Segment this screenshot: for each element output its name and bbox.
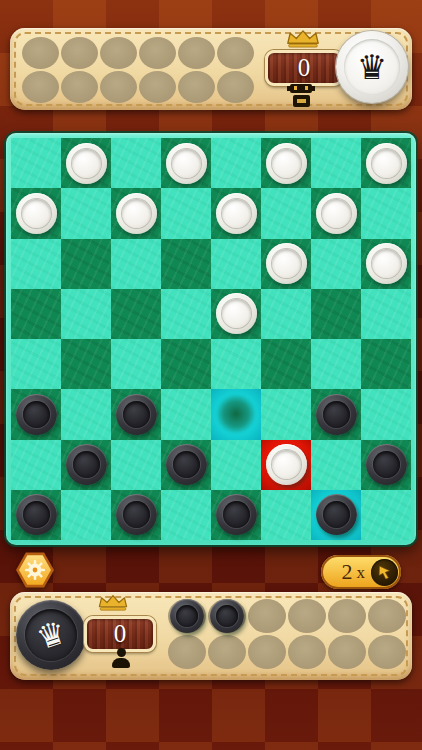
square-g7[interactable] <box>311 188 361 238</box>
square-a3[interactable] <box>11 389 61 439</box>
white-checker[interactable] <box>266 143 307 184</box>
square-b7[interactable] <box>61 188 111 238</box>
square-f7[interactable] <box>261 188 311 238</box>
white-checker[interactable] <box>216 293 257 334</box>
square-h6[interactable] <box>361 239 411 289</box>
square-e8[interactable] <box>211 138 261 188</box>
square-c6[interactable] <box>111 239 161 289</box>
black-checker[interactable] <box>316 494 357 535</box>
opponent-tray-slot <box>61 71 98 103</box>
square-d4[interactable] <box>161 339 211 389</box>
square-h3[interactable] <box>361 389 411 439</box>
opponent-panel: 0 ♛ <box>10 28 412 110</box>
black-checker[interactable] <box>16 394 57 435</box>
square-f5[interactable] <box>261 289 311 339</box>
square-e6[interactable] <box>211 239 261 289</box>
square-b3[interactable] <box>61 389 111 439</box>
square-a4[interactable] <box>11 339 61 389</box>
square-d7[interactable] <box>161 188 211 238</box>
white-checker[interactable] <box>266 243 307 284</box>
opponent-score-value: 0 <box>298 54 311 82</box>
square-d2[interactable] <box>161 440 211 490</box>
square-a1[interactable] <box>11 490 61 540</box>
captured-black-checker <box>210 599 244 633</box>
opponent-tray-slot <box>22 37 59 69</box>
square-b1[interactable] <box>61 490 111 540</box>
square-e2[interactable] <box>211 440 261 490</box>
square-g2[interactable] <box>311 440 361 490</box>
white-checker[interactable] <box>216 193 257 234</box>
white-checker[interactable] <box>16 193 57 234</box>
square-g5[interactable] <box>311 289 361 339</box>
captured-black-checker <box>170 599 204 633</box>
white-checker[interactable] <box>366 243 407 284</box>
square-a2[interactable] <box>11 440 61 490</box>
square-f2[interactable] <box>261 440 311 490</box>
square-g1[interactable] <box>311 490 361 540</box>
person-icon <box>110 648 132 670</box>
board-grid <box>11 138 411 540</box>
player-score: 0 <box>84 616 156 652</box>
player-capture-tray <box>168 599 408 670</box>
black-checker[interactable] <box>366 444 407 485</box>
square-d8[interactable] <box>161 138 211 188</box>
square-c3[interactable] <box>111 389 161 439</box>
square-h2[interactable] <box>361 440 411 490</box>
square-a5[interactable] <box>11 289 61 339</box>
black-checker[interactable] <box>116 394 157 435</box>
opponent-tray-slot <box>178 71 215 103</box>
square-e4[interactable] <box>211 339 261 389</box>
square-b6[interactable] <box>61 239 111 289</box>
undo-count: 2 <box>342 561 353 583</box>
player-tray-slot <box>208 599 246 633</box>
square-b4[interactable] <box>61 339 111 389</box>
player-tray-slot <box>288 599 326 633</box>
board <box>6 133 416 545</box>
opponent-tray-slot <box>217 71 254 103</box>
square-a7[interactable] <box>11 188 61 238</box>
opponent-tray-slot <box>139 71 176 103</box>
opponent-avatar: ♛ <box>336 31 408 103</box>
white-checker[interactable] <box>266 444 307 485</box>
undo-icon <box>371 559 398 586</box>
black-checker[interactable] <box>116 494 157 535</box>
square-f1[interactable] <box>261 490 311 540</box>
square-h4[interactable] <box>361 339 411 389</box>
white-checker[interactable] <box>166 143 207 184</box>
opponent-score: 0 <box>265 50 343 86</box>
square-g4[interactable] <box>311 339 361 389</box>
player-panel: ♛ 0 <box>10 592 412 680</box>
square-b2[interactable] <box>61 440 111 490</box>
settings-button[interactable] <box>16 551 54 589</box>
player-tray-slot <box>248 599 286 633</box>
square-c4[interactable] <box>111 339 161 389</box>
square-h5[interactable] <box>361 289 411 339</box>
square-b5[interactable] <box>61 289 111 339</box>
black-checker[interactable] <box>316 394 357 435</box>
square-c1[interactable] <box>111 490 161 540</box>
square-h7[interactable] <box>361 188 411 238</box>
square-g3[interactable] <box>311 389 361 439</box>
square-c8[interactable] <box>111 138 161 188</box>
player-avatar: ♛ <box>16 600 86 670</box>
square-e5[interactable] <box>211 289 261 339</box>
player-tray-slot <box>208 635 246 669</box>
robot-icon <box>288 84 314 110</box>
square-d6[interactable] <box>161 239 211 289</box>
gear-icon <box>24 559 46 581</box>
white-queen-icon: ♛ <box>357 50 387 84</box>
opponent-tray-slot <box>217 37 254 69</box>
square-f6[interactable] <box>261 239 311 289</box>
undo-multiplier: x <box>357 564 366 581</box>
opponent-tray-slot <box>61 37 98 69</box>
player-score-value: 0 <box>114 620 127 648</box>
square-e1[interactable] <box>211 490 261 540</box>
player-tray-slot <box>328 599 366 633</box>
square-g6[interactable] <box>311 239 361 289</box>
square-a6[interactable] <box>11 239 61 289</box>
white-checker[interactable] <box>66 143 107 184</box>
white-checker[interactable] <box>116 193 157 234</box>
square-f8[interactable] <box>261 138 311 188</box>
opponent-tray-slot <box>22 71 59 103</box>
crown-icon <box>96 594 130 615</box>
square-b8[interactable] <box>61 138 111 188</box>
square-f4[interactable] <box>261 339 311 389</box>
square-f3[interactable] <box>261 389 311 439</box>
player-tray-slot <box>368 599 406 633</box>
square-d5[interactable] <box>161 289 211 339</box>
black-checker[interactable] <box>216 494 257 535</box>
opponent-tray-slot <box>100 71 137 103</box>
square-e3[interactable] <box>211 389 261 439</box>
square-c2[interactable] <box>111 440 161 490</box>
opponent-tray-slot <box>100 37 137 69</box>
white-checker[interactable] <box>316 193 357 234</box>
opponent-tray-slot <box>139 37 176 69</box>
square-e7[interactable] <box>211 188 261 238</box>
player-tray-slot <box>288 635 326 669</box>
square-c7[interactable] <box>111 188 161 238</box>
black-checker[interactable] <box>166 444 207 485</box>
black-queen-icon: ♛ <box>32 615 69 654</box>
black-checker[interactable] <box>66 444 107 485</box>
black-checker[interactable] <box>16 494 57 535</box>
square-h1[interactable] <box>361 490 411 540</box>
square-d3[interactable] <box>161 389 211 439</box>
player-tray-slot <box>168 635 206 669</box>
crown-icon <box>284 29 322 52</box>
player-tray-slot <box>328 635 366 669</box>
opponent-tray-slot <box>178 37 215 69</box>
player-tray-slot <box>248 635 286 669</box>
white-checker[interactable] <box>366 143 407 184</box>
square-d1[interactable] <box>161 490 211 540</box>
square-h8[interactable] <box>361 138 411 188</box>
player-tray-slot <box>368 635 406 669</box>
square-c5[interactable] <box>111 289 161 339</box>
square-a8[interactable] <box>11 138 61 188</box>
checkers-app: 0 ♛ <box>0 0 422 750</box>
square-g8[interactable] <box>311 138 361 188</box>
player-tray-slot <box>168 599 206 633</box>
opponent-capture-tray <box>22 37 256 104</box>
undo-button[interactable]: 2 x <box>321 555 401 589</box>
